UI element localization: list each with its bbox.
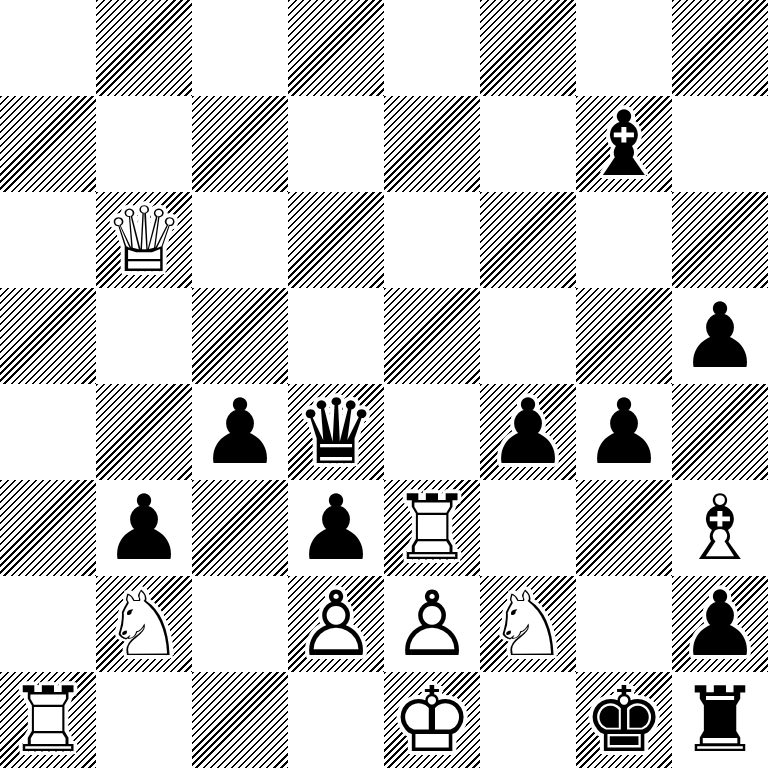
square-f7[interactable]: [480, 96, 576, 192]
square-f4[interactable]: ♟♟: [480, 384, 576, 480]
square-h6[interactable]: [672, 192, 768, 288]
square-d8[interactable]: [288, 0, 384, 96]
square-a8[interactable]: [0, 0, 96, 96]
piece-halo-black-pawn-b3: ♟: [96, 480, 192, 576]
piece-white-pawn-e2: ♙: [384, 576, 480, 672]
piece-white-king-e1: ♔: [384, 672, 480, 768]
piece-halo-black-king-g1: ♚: [576, 672, 672, 768]
square-e7[interactable]: [384, 96, 480, 192]
square-b2[interactable]: ♞♘: [96, 576, 192, 672]
piece-black-king-g1: ♚: [576, 672, 672, 768]
square-g2[interactable]: [576, 576, 672, 672]
square-d1[interactable]: [288, 672, 384, 768]
square-h2[interactable]: ♟♟: [672, 576, 768, 672]
square-c6[interactable]: [192, 192, 288, 288]
piece-halo-white-king-e1: ♚: [384, 672, 480, 768]
piece-halo-black-pawn-h5: ♟: [672, 288, 768, 384]
square-e4[interactable]: [384, 384, 480, 480]
chess-board: ♝♝♛♕♟♟♟♟♛♛♟♟♟♟♟♟♟♟♜♖♝♗♞♘♟♙♟♙♞♘♟♟♜♖♚♔♚♚♜♜: [0, 0, 768, 768]
square-g6[interactable]: [576, 192, 672, 288]
square-b1[interactable]: [96, 672, 192, 768]
square-a1[interactable]: ♜♖: [0, 672, 96, 768]
square-e8[interactable]: [384, 0, 480, 96]
piece-black-pawn-h5: ♟: [672, 288, 768, 384]
piece-halo-white-queen-b6: ♛: [96, 192, 192, 288]
square-e1[interactable]: ♚♔: [384, 672, 480, 768]
square-g8[interactable]: [576, 0, 672, 96]
piece-black-pawn-h2: ♟: [672, 576, 768, 672]
piece-black-rook-h1: ♜: [672, 672, 768, 768]
square-b8[interactable]: [96, 0, 192, 96]
square-a4[interactable]: [0, 384, 96, 480]
piece-black-pawn-d3: ♟: [288, 480, 384, 576]
piece-halo-black-pawn-d3: ♟: [288, 480, 384, 576]
piece-black-pawn-f4: ♟: [480, 384, 576, 480]
square-a7[interactable]: [0, 96, 96, 192]
piece-white-rook-a1: ♖: [0, 672, 96, 768]
square-d2[interactable]: ♟♙: [288, 576, 384, 672]
square-f6[interactable]: [480, 192, 576, 288]
piece-halo-black-pawn-h2: ♟: [672, 576, 768, 672]
piece-halo-black-pawn-g4: ♟: [576, 384, 672, 480]
square-h8[interactable]: [672, 0, 768, 96]
square-b6[interactable]: ♛♕: [96, 192, 192, 288]
square-h3[interactable]: ♝♗: [672, 480, 768, 576]
square-b5[interactable]: [96, 288, 192, 384]
square-h4[interactable]: [672, 384, 768, 480]
piece-halo-white-knight-b2: ♞: [96, 576, 192, 672]
square-d6[interactable]: [288, 192, 384, 288]
piece-halo-black-pawn-f4: ♟: [480, 384, 576, 480]
square-g7[interactable]: ♝♝: [576, 96, 672, 192]
square-c4[interactable]: ♟♟: [192, 384, 288, 480]
square-c1[interactable]: [192, 672, 288, 768]
piece-white-pawn-d2: ♙: [288, 576, 384, 672]
square-e6[interactable]: [384, 192, 480, 288]
piece-halo-white-rook-e3: ♜: [384, 480, 480, 576]
piece-halo-black-pawn-c4: ♟: [192, 384, 288, 480]
square-h1[interactable]: ♜♜: [672, 672, 768, 768]
square-c2[interactable]: [192, 576, 288, 672]
square-h7[interactable]: [672, 96, 768, 192]
piece-halo-white-pawn-e2: ♟: [384, 576, 480, 672]
piece-black-pawn-g4: ♟: [576, 384, 672, 480]
piece-black-bishop-g7: ♝: [576, 96, 672, 192]
piece-black-pawn-b3: ♟: [96, 480, 192, 576]
piece-halo-black-rook-h1: ♜: [672, 672, 768, 768]
square-d7[interactable]: [288, 96, 384, 192]
square-e2[interactable]: ♟♙: [384, 576, 480, 672]
piece-black-queen-d4: ♛: [288, 384, 384, 480]
square-a3[interactable]: [0, 480, 96, 576]
square-d3[interactable]: ♟♟: [288, 480, 384, 576]
square-g4[interactable]: ♟♟: [576, 384, 672, 480]
square-a6[interactable]: [0, 192, 96, 288]
square-g1[interactable]: ♚♚: [576, 672, 672, 768]
square-b3[interactable]: ♟♟: [96, 480, 192, 576]
piece-halo-black-queen-d4: ♛: [288, 384, 384, 480]
square-g3[interactable]: [576, 480, 672, 576]
square-a5[interactable]: [0, 288, 96, 384]
square-c5[interactable]: [192, 288, 288, 384]
piece-halo-black-bishop-g7: ♝: [576, 96, 672, 192]
square-d5[interactable]: [288, 288, 384, 384]
piece-white-rook-e3: ♖: [384, 480, 480, 576]
square-f1[interactable]: [480, 672, 576, 768]
piece-white-knight-f2: ♘: [480, 576, 576, 672]
square-b7[interactable]: [96, 96, 192, 192]
piece-white-knight-b2: ♘: [96, 576, 192, 672]
piece-halo-white-knight-f2: ♞: [480, 576, 576, 672]
square-c7[interactable]: [192, 96, 288, 192]
square-f5[interactable]: [480, 288, 576, 384]
square-c3[interactable]: [192, 480, 288, 576]
square-f8[interactable]: [480, 0, 576, 96]
square-g5[interactable]: [576, 288, 672, 384]
square-e5[interactable]: [384, 288, 480, 384]
piece-black-pawn-c4: ♟: [192, 384, 288, 480]
square-b4[interactable]: [96, 384, 192, 480]
square-f2[interactable]: ♞♘: [480, 576, 576, 672]
piece-halo-white-pawn-d2: ♟: [288, 576, 384, 672]
square-d4[interactable]: ♛♛: [288, 384, 384, 480]
square-c8[interactable]: [192, 0, 288, 96]
piece-white-bishop-h3: ♗: [672, 480, 768, 576]
square-e3[interactable]: ♜♖: [384, 480, 480, 576]
piece-halo-white-bishop-h3: ♝: [672, 480, 768, 576]
piece-white-queen-b6: ♕: [96, 192, 192, 288]
square-a2[interactable]: [0, 576, 96, 672]
square-f3[interactable]: [480, 480, 576, 576]
piece-halo-white-rook-a1: ♜: [0, 672, 96, 768]
square-h5[interactable]: ♟♟: [672, 288, 768, 384]
